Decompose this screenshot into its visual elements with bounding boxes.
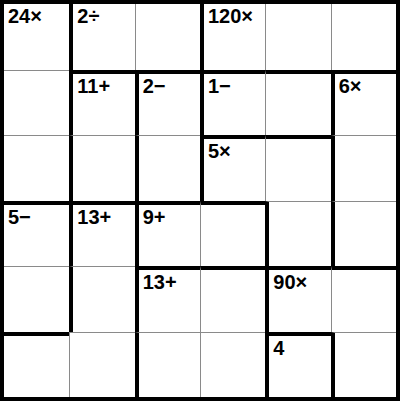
cell-r1c4[interactable] [265,70,330,136]
cell-r2c1[interactable] [69,135,134,201]
cell-r4c3[interactable] [200,266,265,332]
cage-clue: 5× [208,140,231,162]
cell-r1c1[interactable]: 11+ [69,70,134,136]
cell-r1c0[interactable] [4,70,69,136]
cell-r2c2[interactable] [135,135,200,201]
cell-r2c4[interactable] [265,135,330,201]
cell-r2c3[interactable]: 5× [200,135,265,201]
cell-r5c0[interactable] [4,332,69,398]
cell-r0c2[interactable] [135,4,200,70]
cell-r4c2[interactable]: 13+ [135,266,200,332]
cell-r5c3[interactable] [200,332,265,398]
cage-clue: 13+ [77,206,111,228]
cell-r1c5[interactable]: 6× [331,70,396,136]
cage-clue: 2− [143,75,166,97]
cage-clue: 2÷ [77,5,99,27]
cell-r4c5[interactable] [331,266,396,332]
cell-r0c1[interactable]: 2÷ [69,4,134,70]
cell-r0c4[interactable] [265,4,330,70]
cell-r3c2[interactable]: 9+ [135,201,200,267]
cell-r0c0[interactable]: 24× [4,4,69,70]
cell-r1c3[interactable]: 1− [200,70,265,136]
cage-clue: 11+ [77,75,110,97]
kenken-board: 24×2÷120×11+2−1−6×5×5−13+9+13+90×4 [0,0,400,401]
cell-r4c4[interactable]: 90× [265,266,330,332]
cell-r3c3[interactable] [200,201,265,267]
cage-clue: 13+ [143,271,177,293]
cage-clue: 24× [8,5,42,27]
cell-r5c2[interactable] [135,332,200,398]
cell-r5c5[interactable] [331,332,396,398]
cell-r3c5[interactable] [331,201,396,267]
cage-clue: 4 [273,337,284,359]
cell-r2c0[interactable] [4,135,69,201]
cell-r3c0[interactable]: 5− [4,201,69,267]
cage-clue: 6× [339,75,362,97]
cell-r3c4[interactable] [265,201,330,267]
cell-r5c1[interactable] [69,332,134,398]
cage-clue: 9+ [143,206,166,228]
cell-r5c4[interactable]: 4 [265,332,330,398]
cell-r3c1[interactable]: 13+ [69,201,134,267]
cell-r2c5[interactable] [331,135,396,201]
cage-clue: 120× [208,5,253,27]
cage-clue: 1− [208,75,231,97]
cell-r4c1[interactable] [69,266,134,332]
cage-clue: 5− [8,206,31,228]
cage-clue: 90× [273,271,307,293]
cell-r1c2[interactable]: 2− [135,70,200,136]
board-grid: 24×2÷120×11+2−1−6×5×5−13+9+13+90×4 [4,4,396,397]
cell-r0c3[interactable]: 120× [200,4,265,70]
cell-r4c0[interactable] [4,266,69,332]
cell-r0c5[interactable] [331,4,396,70]
